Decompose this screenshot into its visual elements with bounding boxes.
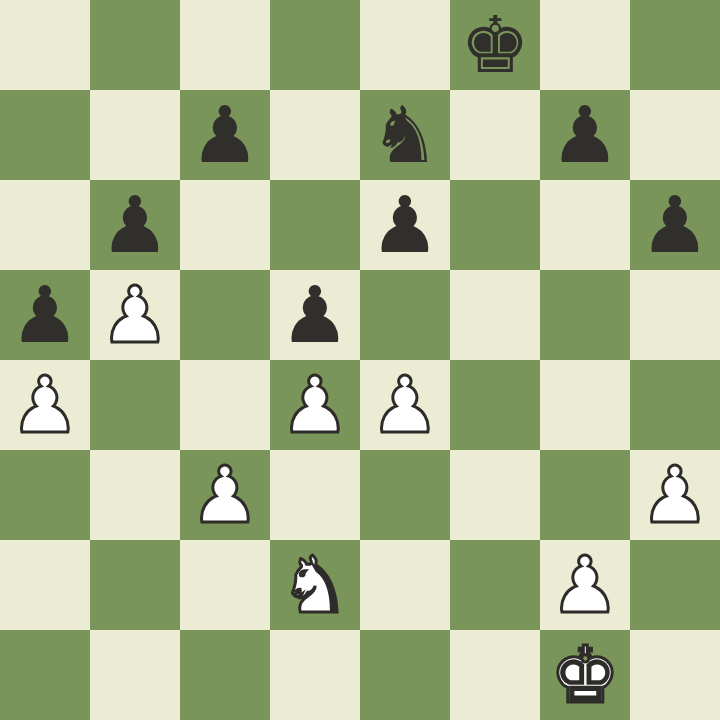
square-d5[interactable]: ♟ (270, 270, 360, 360)
square-g2[interactable]: ♟ (540, 540, 630, 630)
square-c6[interactable] (180, 180, 270, 270)
square-a1[interactable] (0, 630, 90, 720)
square-c2[interactable] (180, 540, 270, 630)
square-e6[interactable]: ♟ (360, 180, 450, 270)
square-a4[interactable]: ♟ (0, 360, 90, 450)
square-g3[interactable] (540, 450, 630, 540)
square-c1[interactable] (180, 630, 270, 720)
square-b4[interactable] (90, 360, 180, 450)
square-f2[interactable] (450, 540, 540, 630)
square-f6[interactable] (450, 180, 540, 270)
piece-white-pawn[interactable]: ♟ (190, 450, 260, 540)
square-a5[interactable]: ♟ (0, 270, 90, 360)
square-h3[interactable]: ♟ (630, 450, 720, 540)
square-b5[interactable]: ♟ (90, 270, 180, 360)
square-e5[interactable] (360, 270, 450, 360)
square-b8[interactable] (90, 0, 180, 90)
square-d3[interactable] (270, 450, 360, 540)
square-g5[interactable] (540, 270, 630, 360)
square-a8[interactable] (0, 0, 90, 90)
square-d1[interactable] (270, 630, 360, 720)
square-d8[interactable] (270, 0, 360, 90)
square-f8[interactable]: ♚ (450, 0, 540, 90)
square-b7[interactable] (90, 90, 180, 180)
square-e1[interactable] (360, 630, 450, 720)
square-d7[interactable] (270, 90, 360, 180)
piece-white-pawn[interactable]: ♟ (550, 540, 620, 630)
square-b2[interactable] (90, 540, 180, 630)
square-h4[interactable] (630, 360, 720, 450)
square-g7[interactable]: ♟ (540, 90, 630, 180)
piece-black-pawn[interactable]: ♟ (10, 270, 80, 360)
piece-black-pawn[interactable]: ♟ (100, 180, 170, 270)
square-a3[interactable] (0, 450, 90, 540)
piece-black-knight[interactable]: ♞ (370, 90, 440, 180)
square-g4[interactable] (540, 360, 630, 450)
square-h6[interactable]: ♟ (630, 180, 720, 270)
square-e3[interactable] (360, 450, 450, 540)
square-b3[interactable] (90, 450, 180, 540)
square-g6[interactable] (540, 180, 630, 270)
square-c5[interactable] (180, 270, 270, 360)
piece-white-pawn[interactable]: ♟ (100, 270, 170, 360)
square-h1[interactable] (630, 630, 720, 720)
square-f7[interactable] (450, 90, 540, 180)
piece-white-pawn[interactable]: ♟ (640, 450, 710, 540)
square-h7[interactable] (630, 90, 720, 180)
square-c4[interactable] (180, 360, 270, 450)
square-d4[interactable]: ♟ (270, 360, 360, 450)
square-a2[interactable] (0, 540, 90, 630)
piece-black-king[interactable]: ♚ (460, 0, 530, 90)
piece-white-pawn[interactable]: ♟ (370, 360, 440, 450)
piece-black-pawn[interactable]: ♟ (280, 270, 350, 360)
piece-black-pawn[interactable]: ♟ (640, 180, 710, 270)
square-d6[interactable] (270, 180, 360, 270)
square-h8[interactable] (630, 0, 720, 90)
square-b1[interactable] (90, 630, 180, 720)
square-a7[interactable] (0, 90, 90, 180)
chess-board: ♚♟♞♟♟♟♟♟♟♟♟♟♟♟♟♞♟♚ (0, 0, 720, 720)
square-e4[interactable]: ♟ (360, 360, 450, 450)
piece-white-pawn[interactable]: ♟ (280, 360, 350, 450)
piece-black-pawn[interactable]: ♟ (370, 180, 440, 270)
square-c7[interactable]: ♟ (180, 90, 270, 180)
square-h2[interactable] (630, 540, 720, 630)
square-c3[interactable]: ♟ (180, 450, 270, 540)
piece-white-pawn[interactable]: ♟ (10, 360, 80, 450)
square-a6[interactable] (0, 180, 90, 270)
square-f3[interactable] (450, 450, 540, 540)
piece-white-king[interactable]: ♚ (550, 630, 620, 720)
square-b6[interactable]: ♟ (90, 180, 180, 270)
piece-white-knight[interactable]: ♞ (280, 540, 350, 630)
piece-black-pawn[interactable]: ♟ (190, 90, 260, 180)
piece-black-pawn[interactable]: ♟ (550, 90, 620, 180)
square-g1[interactable]: ♚ (540, 630, 630, 720)
square-e7[interactable]: ♞ (360, 90, 450, 180)
square-h5[interactable] (630, 270, 720, 360)
square-d2[interactable]: ♞ (270, 540, 360, 630)
square-f4[interactable] (450, 360, 540, 450)
square-g8[interactable] (540, 0, 630, 90)
square-e2[interactable] (360, 540, 450, 630)
square-f1[interactable] (450, 630, 540, 720)
square-e8[interactable] (360, 0, 450, 90)
square-c8[interactable] (180, 0, 270, 90)
square-f5[interactable] (450, 270, 540, 360)
